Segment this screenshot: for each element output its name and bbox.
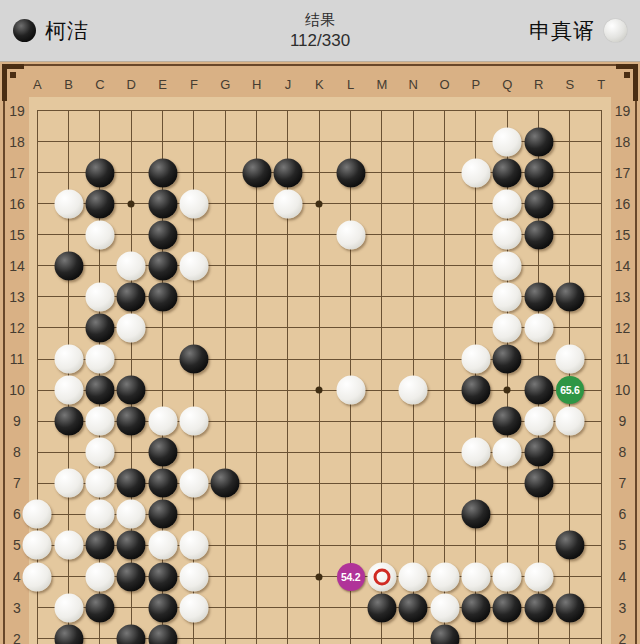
column-label: F: [190, 77, 198, 92]
row-label-right: 12: [615, 320, 631, 336]
black-stone: [524, 189, 553, 218]
column-label: P: [472, 77, 481, 92]
black-stone: [555, 531, 584, 560]
row-label-left: 16: [9, 196, 25, 212]
black-stone: [493, 158, 522, 187]
row-label-left: 18: [9, 134, 25, 150]
black-stone: [85, 313, 114, 342]
row-label-right: 14: [615, 258, 631, 274]
row-label-right: 15: [615, 227, 631, 243]
row-label-right: 8: [619, 444, 627, 460]
black-stone: [273, 158, 302, 187]
white-stone: [54, 376, 83, 405]
go-app-screen: 柯洁 结果 112/330 申真谞 ABCDEFGHJKLMNOPQRST191…: [0, 0, 640, 644]
game-header: 柯洁 结果 112/330 申真谞: [0, 0, 640, 62]
white-stone: [85, 282, 114, 311]
last-move-ring: [373, 568, 390, 585]
white-stone: [23, 562, 52, 591]
white-stone: [85, 438, 114, 467]
white-stone: [493, 220, 522, 249]
frame-corner-ornament: [616, 64, 638, 101]
black-stone: [555, 593, 584, 622]
eval-badge-magenta: 54.2: [337, 563, 365, 591]
black-stone: [461, 500, 490, 529]
white-stone: [179, 562, 208, 591]
black-stone-icon: [13, 19, 36, 42]
row-label-right: 4: [619, 569, 627, 585]
black-stone: [555, 282, 584, 311]
white-stone: [493, 562, 522, 591]
white-stone: [461, 562, 490, 591]
column-label: H: [252, 77, 261, 92]
white-stone: [493, 251, 522, 280]
column-label: C: [95, 77, 104, 92]
white-stone: [555, 345, 584, 374]
row-label-right: 6: [619, 506, 627, 522]
column-label: M: [377, 77, 388, 92]
column-label: G: [220, 77, 230, 92]
move-counter: 112/330: [290, 30, 350, 52]
white-stone: [493, 127, 522, 156]
black-stone: [85, 158, 114, 187]
white-stone: [273, 189, 302, 218]
black-stone: [524, 438, 553, 467]
star-point: [316, 200, 323, 207]
row-label-right: 17: [615, 165, 631, 181]
black-stone: [524, 158, 553, 187]
black-stone: [524, 220, 553, 249]
star-point: [128, 200, 135, 207]
black-stone: [367, 593, 396, 622]
white-stone: [493, 282, 522, 311]
white-stone: [524, 562, 553, 591]
white-player-name: 申真谞: [529, 17, 595, 45]
column-label: L: [347, 77, 354, 92]
black-stone: [461, 593, 490, 622]
white-stone: [85, 469, 114, 498]
white-stone: [148, 407, 177, 436]
grid-vertical-line: [601, 111, 602, 644]
row-label-right: 13: [615, 289, 631, 305]
row-label-right: 7: [619, 475, 627, 491]
white-stone: [493, 313, 522, 342]
white-stone: [336, 220, 365, 249]
grid-vertical-line: [225, 111, 226, 644]
white-stone: [461, 438, 490, 467]
black-stone: [85, 593, 114, 622]
white-stone: [54, 531, 83, 560]
row-label-right: 11: [615, 351, 630, 367]
column-label: O: [440, 77, 450, 92]
black-stone: [148, 158, 177, 187]
board-field: [29, 97, 611, 644]
row-label-left: 13: [9, 289, 25, 305]
white-stone: [85, 562, 114, 591]
black-stone: [148, 469, 177, 498]
row-label-left: 10: [9, 382, 25, 398]
eval-badge-green: 65.6: [556, 376, 584, 404]
frame-left-line: [3, 64, 5, 644]
black-stone: [461, 376, 490, 405]
row-label-left: 15: [9, 227, 25, 243]
row-label-left: 17: [9, 165, 25, 181]
white-stone: [54, 593, 83, 622]
row-label-left: 8: [13, 444, 21, 460]
column-label: R: [534, 77, 543, 92]
column-label: J: [285, 77, 292, 92]
grid-horizontal-line: [37, 110, 602, 111]
column-label: S: [566, 77, 575, 92]
row-label-left: 14: [9, 258, 25, 274]
black-stone: [493, 593, 522, 622]
go-board[interactable]: ABCDEFGHJKLMNOPQRST191918181717161615151…: [0, 62, 640, 644]
black-stone: [117, 469, 146, 498]
white-stone: [148, 531, 177, 560]
white-stone: [23, 531, 52, 560]
white-stone: [461, 158, 490, 187]
white-stone: [179, 531, 208, 560]
grid-vertical-line: [256, 111, 257, 644]
row-label-left: 9: [13, 413, 21, 429]
row-label-left: 11: [10, 351, 25, 367]
white-stone: [430, 562, 459, 591]
black-stone: [524, 282, 553, 311]
black-stone: [524, 469, 553, 498]
white-stone: [179, 469, 208, 498]
black-stone: [54, 251, 83, 280]
black-stone: [117, 531, 146, 560]
row-label-left: 3: [13, 600, 21, 616]
white-stone: [85, 220, 114, 249]
black-stone: [148, 282, 177, 311]
column-label: A: [33, 77, 42, 92]
white-stone-icon: [604, 19, 627, 42]
black-stone: [148, 562, 177, 591]
black-stone: [524, 593, 553, 622]
white-stone: [461, 345, 490, 374]
black-stone: [148, 251, 177, 280]
row-label-right: 2: [619, 631, 627, 644]
row-label-left: 5: [13, 537, 21, 553]
row-label-right: 10: [615, 382, 631, 398]
white-stone: [85, 500, 114, 529]
row-label-right: 9: [619, 413, 627, 429]
column-label: Q: [502, 77, 512, 92]
black-stone: [117, 407, 146, 436]
frame-right-line: [635, 64, 637, 644]
black-stone: [117, 376, 146, 405]
white-stone: [555, 407, 584, 436]
row-label-right: 5: [619, 537, 627, 553]
black-stone: [242, 158, 271, 187]
black-stone: [117, 562, 146, 591]
black-stone: [493, 345, 522, 374]
frame-top-line: [2, 64, 638, 66]
black-stone: [148, 500, 177, 529]
black-stone: [85, 531, 114, 560]
black-stone: [148, 438, 177, 467]
white-stone: [117, 251, 146, 280]
column-label: T: [597, 77, 605, 92]
row-label-right: 18: [615, 134, 631, 150]
black-stone: [85, 189, 114, 218]
row-label-right: 19: [615, 103, 631, 119]
black-player: 柯洁: [13, 17, 89, 45]
frame-corner-ornament: [2, 64, 24, 101]
black-stone: [117, 282, 146, 311]
white-stone: [54, 345, 83, 374]
grid-vertical-line: [319, 111, 320, 644]
white-stone: [85, 407, 114, 436]
black-stone: [524, 376, 553, 405]
white-stone: [117, 500, 146, 529]
white-stone: [399, 562, 428, 591]
white-stone: [493, 189, 522, 218]
row-label-left: 2: [13, 631, 21, 644]
white-player: 申真谞: [529, 17, 627, 45]
black-stone: [148, 189, 177, 218]
white-stone: [179, 251, 208, 280]
white-stone: [179, 189, 208, 218]
black-stone: [399, 593, 428, 622]
white-stone: [524, 407, 553, 436]
row-label-left: 19: [9, 103, 25, 119]
row-label-left: 6: [13, 506, 21, 522]
black-stone: [179, 345, 208, 374]
black-stone: [148, 593, 177, 622]
white-stone: [117, 313, 146, 342]
white-stone: [179, 407, 208, 436]
white-stone: [524, 313, 553, 342]
result-label: 结果: [305, 10, 335, 30]
row-label-left: 4: [13, 569, 21, 585]
white-stone: [23, 500, 52, 529]
white-stone: [54, 189, 83, 218]
white-stone: [85, 345, 114, 374]
black-stone: [54, 407, 83, 436]
row-label-left: 12: [9, 320, 25, 336]
black-stone: [211, 469, 240, 498]
row-label-right: 3: [619, 600, 627, 616]
column-label: N: [409, 77, 418, 92]
column-label: D: [127, 77, 136, 92]
column-label: E: [158, 77, 167, 92]
white-stone: [493, 438, 522, 467]
row-label-left: 7: [13, 475, 21, 491]
white-stone: [399, 376, 428, 405]
white-stone: [430, 593, 459, 622]
black-stone: [493, 407, 522, 436]
column-label: B: [64, 77, 73, 92]
row-label-right: 16: [615, 196, 631, 212]
star-point: [316, 387, 323, 394]
star-point: [316, 573, 323, 580]
black-stone: [85, 376, 114, 405]
black-player-name: 柯洁: [45, 17, 89, 45]
black-stone: [148, 220, 177, 249]
white-stone: [336, 376, 365, 405]
star-point: [504, 387, 511, 394]
black-stone: [524, 127, 553, 156]
black-stone: [336, 158, 365, 187]
column-label: K: [315, 77, 324, 92]
white-stone: [179, 593, 208, 622]
white-stone: [54, 469, 83, 498]
